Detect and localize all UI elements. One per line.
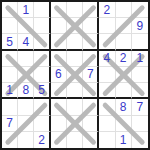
- cell-r6c9[interactable]: [132, 83, 148, 99]
- cell-r6c4[interactable]: [51, 83, 67, 99]
- cell-r3c2[interactable]: 4: [18, 34, 34, 50]
- given-digit: 9: [137, 20, 144, 32]
- cell-r4c9[interactable]: 1: [132, 51, 148, 67]
- cell-r7c5[interactable]: [67, 99, 83, 115]
- cell-r6c3[interactable]: 5: [34, 83, 50, 99]
- cell-r8c5[interactable]: [67, 116, 83, 132]
- cell-r8c7[interactable]: [99, 116, 115, 132]
- cell-r8c1[interactable]: 7: [2, 116, 18, 132]
- cell-r6c7[interactable]: [99, 83, 115, 99]
- cell-r2c6[interactable]: [83, 18, 99, 34]
- cell-r6c6[interactable]: [83, 83, 99, 99]
- cell-r4c8[interactable]: 2: [116, 51, 132, 67]
- cell-r5c3[interactable]: [34, 67, 50, 83]
- given-digit: 4: [104, 52, 111, 64]
- cell-r2c9[interactable]: 9: [132, 18, 148, 34]
- cell-r3c6[interactable]: [83, 34, 99, 50]
- cell-r9c2[interactable]: [18, 132, 34, 148]
- cell-r9c3[interactable]: 2: [34, 132, 50, 148]
- cell-r3c4[interactable]: [51, 34, 67, 50]
- cell-r5c2[interactable]: [18, 67, 34, 83]
- cell-r8c6[interactable]: [83, 116, 99, 132]
- given-digit: 6: [55, 68, 62, 80]
- cell-r9c4[interactable]: [51, 132, 67, 148]
- cell-r2c4[interactable]: [51, 18, 67, 34]
- given-digit: 2: [38, 134, 45, 146]
- cell-r9c6[interactable]: [83, 132, 99, 148]
- cell-r4c4[interactable]: [51, 51, 67, 67]
- cell-r4c3[interactable]: [34, 51, 50, 67]
- given-digit: 1: [137, 52, 144, 64]
- cell-r1c4[interactable]: [51, 2, 67, 18]
- cell-r2c1[interactable]: [2, 18, 18, 34]
- cell-r7c7[interactable]: [99, 99, 115, 115]
- cell-r6c2[interactable]: 8: [18, 83, 34, 99]
- cell-r2c8[interactable]: [116, 18, 132, 34]
- cell-r4c1[interactable]: [2, 51, 18, 67]
- given-digit: 7: [6, 117, 13, 129]
- cell-r3c7[interactable]: [99, 34, 115, 50]
- cell-r6c5[interactable]: [67, 83, 83, 99]
- cell-r5c7[interactable]: [99, 67, 115, 83]
- given-digit: 8: [22, 84, 29, 96]
- cell-r8c4[interactable]: [51, 116, 67, 132]
- cell-r1c8[interactable]: [116, 2, 132, 18]
- cell-r2c2[interactable]: [18, 18, 34, 34]
- given-digit: 5: [38, 84, 45, 96]
- given-digit: 4: [22, 36, 29, 48]
- cell-r9c9[interactable]: [132, 132, 148, 148]
- given-digit: 5: [6, 36, 13, 48]
- cell-r8c9[interactable]: [132, 116, 148, 132]
- cell-r1c9[interactable]: [132, 2, 148, 18]
- cell-r1c7[interactable]: 2: [99, 2, 115, 18]
- cell-r2c7[interactable]: [99, 18, 115, 34]
- cell-r8c8[interactable]: [116, 116, 132, 132]
- cell-r1c6[interactable]: [83, 2, 99, 18]
- cell-r5c5[interactable]: [67, 67, 83, 83]
- given-digit: 7: [137, 101, 144, 113]
- cell-r4c7[interactable]: 4: [99, 51, 115, 67]
- cell-r7c3[interactable]: [34, 99, 50, 115]
- given-digit: 1: [6, 84, 13, 96]
- cell-r9c8[interactable]: 1: [116, 132, 132, 148]
- given-digit: 2: [104, 4, 111, 16]
- cell-r1c5[interactable]: [67, 2, 83, 18]
- cell-r5c1[interactable]: [2, 67, 18, 83]
- cell-r9c5[interactable]: [67, 132, 83, 148]
- cell-r2c5[interactable]: [67, 18, 83, 34]
- cell-r2c3[interactable]: [34, 18, 50, 34]
- sudoku-board: 129544216718587721: [0, 0, 150, 150]
- sudoku-grid: 129544216718587721: [2, 2, 148, 148]
- cell-r4c2[interactable]: [18, 51, 34, 67]
- cell-r9c7[interactable]: [99, 132, 115, 148]
- cell-r1c1[interactable]: [2, 2, 18, 18]
- cell-r7c4[interactable]: [51, 99, 67, 115]
- cell-r5c9[interactable]: [132, 67, 148, 83]
- cell-r7c8[interactable]: 8: [116, 99, 132, 115]
- cell-r1c3[interactable]: [34, 2, 50, 18]
- cell-r4c6[interactable]: [83, 51, 99, 67]
- given-digit: 2: [120, 52, 127, 64]
- given-digit: 7: [87, 68, 94, 80]
- given-digit: 1: [22, 4, 29, 16]
- cell-r8c2[interactable]: [18, 116, 34, 132]
- cell-r1c2[interactable]: 1: [18, 2, 34, 18]
- cell-r8c3[interactable]: [34, 116, 50, 132]
- cell-r3c3[interactable]: [34, 34, 50, 50]
- cell-r7c6[interactable]: [83, 99, 99, 115]
- cell-r3c5[interactable]: [67, 34, 83, 50]
- cell-r3c8[interactable]: [116, 34, 132, 50]
- cell-r5c6[interactable]: 7: [83, 67, 99, 83]
- cell-r5c4[interactable]: 6: [51, 67, 67, 83]
- given-digit: 1: [120, 134, 127, 146]
- cell-r6c1[interactable]: 1: [2, 83, 18, 99]
- cell-r7c9[interactable]: 7: [132, 99, 148, 115]
- given-digit: 8: [120, 101, 127, 113]
- cell-r3c9[interactable]: [132, 34, 148, 50]
- cell-r9c1[interactable]: [2, 132, 18, 148]
- cell-r7c2[interactable]: [18, 99, 34, 115]
- cell-r6c8[interactable]: [116, 83, 132, 99]
- cell-r4c5[interactable]: [67, 51, 83, 67]
- cell-r7c1[interactable]: [2, 99, 18, 115]
- cell-r3c1[interactable]: 5: [2, 34, 18, 50]
- cell-r5c8[interactable]: [116, 67, 132, 83]
